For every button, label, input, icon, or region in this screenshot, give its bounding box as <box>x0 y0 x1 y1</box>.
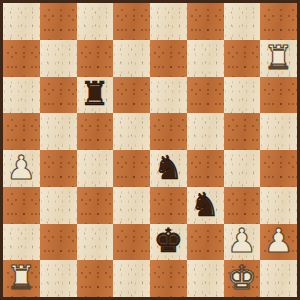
square-h6[interactable] <box>260 77 297 114</box>
square-b8[interactable] <box>40 3 77 40</box>
square-a8[interactable] <box>3 3 40 40</box>
square-c3[interactable] <box>77 187 114 224</box>
square-a7[interactable] <box>3 40 40 77</box>
square-b3[interactable] <box>40 187 77 224</box>
white-king[interactable]: ♚ <box>227 261 257 294</box>
square-g4[interactable] <box>224 150 261 187</box>
square-d8[interactable] <box>113 3 150 40</box>
square-d7[interactable] <box>113 40 150 77</box>
square-a5[interactable] <box>3 113 40 150</box>
square-a3[interactable] <box>3 187 40 224</box>
white-rook[interactable]: ♜ <box>7 261 37 294</box>
square-d1[interactable] <box>113 260 150 297</box>
square-d3[interactable] <box>113 187 150 224</box>
square-d4[interactable] <box>113 150 150 187</box>
square-f2[interactable] <box>187 224 224 261</box>
square-f1[interactable] <box>187 260 224 297</box>
square-h3[interactable] <box>260 187 297 224</box>
square-e5[interactable] <box>150 113 187 150</box>
square-h5[interactable] <box>260 113 297 150</box>
square-g5[interactable] <box>224 113 261 150</box>
square-b5[interactable] <box>40 113 77 150</box>
square-c4[interactable] <box>77 150 114 187</box>
square-a2[interactable] <box>3 224 40 261</box>
square-c5[interactable] <box>77 113 114 150</box>
square-e8[interactable] <box>150 3 187 40</box>
square-f8[interactable] <box>187 3 224 40</box>
black-king[interactable]: ♚ <box>154 224 184 257</box>
square-h7[interactable]: ♜ <box>260 40 297 77</box>
white-rook[interactable]: ♜ <box>264 41 294 74</box>
square-b2[interactable] <box>40 224 77 261</box>
square-g6[interactable] <box>224 77 261 114</box>
chess-board-frame: ♜♜♟♞♞♚♟♟♜♚ <box>0 0 300 300</box>
square-d5[interactable] <box>113 113 150 150</box>
square-e1[interactable] <box>150 260 187 297</box>
square-e4[interactable]: ♞ <box>150 150 187 187</box>
square-d2[interactable] <box>113 224 150 261</box>
square-c1[interactable] <box>77 260 114 297</box>
square-e3[interactable] <box>150 187 187 224</box>
square-f3[interactable]: ♞ <box>187 187 224 224</box>
square-d6[interactable] <box>113 77 150 114</box>
square-g3[interactable] <box>224 187 261 224</box>
square-f5[interactable] <box>187 113 224 150</box>
white-pawn[interactable]: ♟ <box>227 224 257 257</box>
white-pawn[interactable]: ♟ <box>7 151 37 184</box>
square-b4[interactable] <box>40 150 77 187</box>
square-e7[interactable] <box>150 40 187 77</box>
square-a1[interactable]: ♜ <box>3 260 40 297</box>
square-e6[interactable] <box>150 77 187 114</box>
square-f6[interactable] <box>187 77 224 114</box>
white-pawn[interactable]: ♟ <box>264 224 294 257</box>
square-h1[interactable] <box>260 260 297 297</box>
square-c8[interactable] <box>77 3 114 40</box>
chess-board: ♜♜♟♞♞♚♟♟♜♚ <box>3 3 297 297</box>
square-a4[interactable]: ♟ <box>3 150 40 187</box>
black-knight[interactable]: ♞ <box>190 188 220 221</box>
square-e2[interactable]: ♚ <box>150 224 187 261</box>
square-c7[interactable] <box>77 40 114 77</box>
square-b1[interactable] <box>40 260 77 297</box>
black-knight[interactable]: ♞ <box>154 151 184 184</box>
square-c6[interactable]: ♜ <box>77 77 114 114</box>
square-a6[interactable] <box>3 77 40 114</box>
square-g7[interactable] <box>224 40 261 77</box>
square-h4[interactable] <box>260 150 297 187</box>
square-g2[interactable]: ♟ <box>224 224 261 261</box>
square-g1[interactable]: ♚ <box>224 260 261 297</box>
square-h2[interactable]: ♟ <box>260 224 297 261</box>
square-h8[interactable] <box>260 3 297 40</box>
square-f4[interactable] <box>187 150 224 187</box>
black-rook[interactable]: ♜ <box>80 77 110 110</box>
square-b7[interactable] <box>40 40 77 77</box>
square-b6[interactable] <box>40 77 77 114</box>
square-c2[interactable] <box>77 224 114 261</box>
square-f7[interactable] <box>187 40 224 77</box>
square-g8[interactable] <box>224 3 261 40</box>
